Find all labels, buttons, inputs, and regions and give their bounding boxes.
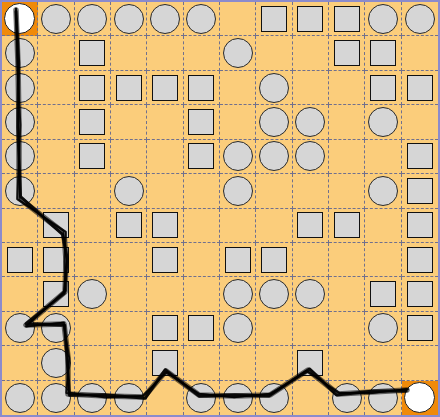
- cell-r2c7[interactable]: [256, 71, 292, 105]
- circle-token: [259, 383, 289, 413]
- square-token: [188, 109, 214, 135]
- square-token: [152, 315, 178, 341]
- cell-r10c11[interactable]: [402, 346, 438, 380]
- cell-r10c0[interactable]: [2, 346, 38, 380]
- square-token: [79, 75, 105, 101]
- cell-r6c3[interactable]: [111, 209, 147, 243]
- cell-r11c5[interactable]: [184, 381, 220, 415]
- cell-r11c10[interactable]: [365, 381, 401, 415]
- square-token: [297, 350, 323, 376]
- circle-token: [5, 383, 35, 413]
- cell-r7c3[interactable]: [111, 243, 147, 277]
- circle-token: [5, 176, 35, 206]
- cell-r11c0[interactable]: [2, 381, 38, 415]
- square-token: [7, 247, 33, 273]
- cell-r5c3[interactable]: [111, 174, 147, 208]
- cell-r5c8[interactable]: [293, 174, 329, 208]
- square-token: [407, 143, 433, 169]
- circle-token: [223, 383, 253, 413]
- cell-r11c1[interactable]: [38, 381, 74, 415]
- square-token: [43, 212, 69, 238]
- puzzle-board: [0, 0, 440, 417]
- cell-r10c6[interactable]: [220, 346, 256, 380]
- cell-r4c3[interactable]: [111, 140, 147, 174]
- circle-token: [259, 279, 289, 309]
- cell-r1c3[interactable]: [111, 36, 147, 70]
- cell-r3c1[interactable]: [38, 105, 74, 139]
- circle-token: [223, 313, 253, 343]
- cell-r2c6[interactable]: [220, 71, 256, 105]
- cell-r11c9[interactable]: [329, 381, 365, 415]
- cell-r4c7[interactable]: [256, 140, 292, 174]
- cell-r8c11[interactable]: [402, 277, 438, 311]
- square-token: [79, 109, 105, 135]
- square-token: [43, 281, 69, 307]
- cell-r4c9[interactable]: [329, 140, 365, 174]
- square-token: [407, 315, 433, 341]
- cell-r4c1[interactable]: [38, 140, 74, 174]
- square-token: [188, 75, 214, 101]
- cell-r6c1[interactable]: [38, 209, 74, 243]
- cell-r3c3[interactable]: [111, 105, 147, 139]
- endpoint-white-circle: [404, 382, 435, 413]
- cell-r6c2[interactable]: [75, 209, 111, 243]
- square-token: [370, 75, 396, 101]
- cell-r5c6[interactable]: [220, 174, 256, 208]
- cell-r0c2[interactable]: [75, 2, 111, 36]
- cell-r8c0[interactable]: [2, 277, 38, 311]
- cell-r10c1[interactable]: [38, 346, 74, 380]
- cell-r1c2[interactable]: [75, 36, 111, 70]
- cell-r5c9[interactable]: [329, 174, 365, 208]
- cell-r9c6[interactable]: [220, 312, 256, 346]
- cell-r2c10[interactable]: [365, 71, 401, 105]
- square-token: [407, 178, 433, 204]
- cell-r7c0[interactable]: [2, 243, 38, 277]
- circle-token: [295, 141, 325, 171]
- square-token: [407, 75, 433, 101]
- cell-r8c7[interactable]: [256, 277, 292, 311]
- cell-r7c1[interactable]: [38, 243, 74, 277]
- cell-r7c11[interactable]: [402, 243, 438, 277]
- cell-r11c11[interactable]: [402, 381, 438, 415]
- cell-r3c7[interactable]: [256, 105, 292, 139]
- cell-r2c1[interactable]: [38, 71, 74, 105]
- circle-token: [114, 4, 144, 34]
- cell-r9c2[interactable]: [75, 312, 111, 346]
- cell-r5c10[interactable]: [365, 174, 401, 208]
- square-token: [334, 212, 360, 238]
- square-token: [297, 6, 323, 32]
- square-token: [407, 212, 433, 238]
- cell-r7c10[interactable]: [365, 243, 401, 277]
- cell-r3c6[interactable]: [220, 105, 256, 139]
- cell-r8c5[interactable]: [184, 277, 220, 311]
- cell-r4c4[interactable]: [147, 140, 183, 174]
- cell-r2c8[interactable]: [293, 71, 329, 105]
- cell-r3c11[interactable]: [402, 105, 438, 139]
- square-token: [79, 143, 105, 169]
- cell-r9c0[interactable]: [2, 312, 38, 346]
- cell-r5c2[interactable]: [75, 174, 111, 208]
- cell-r3c0[interactable]: [2, 105, 38, 139]
- cell-r4c0[interactable]: [2, 140, 38, 174]
- cell-r7c7[interactable]: [256, 243, 292, 277]
- square-token: [334, 40, 360, 66]
- cell-r2c3[interactable]: [111, 71, 147, 105]
- cell-r8c6[interactable]: [220, 277, 256, 311]
- cell-r1c7[interactable]: [256, 36, 292, 70]
- cell-r2c0[interactable]: [2, 71, 38, 105]
- cell-r6c8[interactable]: [293, 209, 329, 243]
- cell-r0c10[interactable]: [365, 2, 401, 36]
- cell-r0c9[interactable]: [329, 2, 365, 36]
- circle-token: [5, 141, 35, 171]
- cell-r10c2[interactable]: [75, 346, 111, 380]
- cell-r1c9[interactable]: [329, 36, 365, 70]
- cell-r3c5[interactable]: [184, 105, 220, 139]
- cell-r1c4[interactable]: [147, 36, 183, 70]
- cell-r2c4[interactable]: [147, 71, 183, 105]
- cell-r1c8[interactable]: [293, 36, 329, 70]
- cell-r9c11[interactable]: [402, 312, 438, 346]
- circle-token: [186, 4, 216, 34]
- cell-r10c10[interactable]: [365, 346, 401, 380]
- circle-token: [77, 4, 107, 34]
- cell-r0c8[interactable]: [293, 2, 329, 36]
- cell-r1c10[interactable]: [365, 36, 401, 70]
- cell-r3c2[interactable]: [75, 105, 111, 139]
- square-token: [225, 247, 251, 273]
- cell-r2c11[interactable]: [402, 71, 438, 105]
- circle-token: [259, 73, 289, 103]
- cell-r8c2[interactable]: [75, 277, 111, 311]
- square-token: [116, 212, 142, 238]
- cell-r0c1[interactable]: [38, 2, 74, 36]
- cell-r8c9[interactable]: [329, 277, 365, 311]
- cell-r4c8[interactable]: [293, 140, 329, 174]
- cell-r1c5[interactable]: [184, 36, 220, 70]
- circle-token: [332, 383, 362, 413]
- board-grid: [2, 2, 438, 415]
- cell-r6c6[interactable]: [220, 209, 256, 243]
- circle-token: [368, 4, 398, 34]
- circle-token: [5, 107, 35, 137]
- cell-r7c2[interactable]: [75, 243, 111, 277]
- cell-r11c4[interactable]: [147, 381, 183, 415]
- cell-r11c3[interactable]: [111, 381, 147, 415]
- cell-r6c5[interactable]: [184, 209, 220, 243]
- cell-r5c0[interactable]: [2, 174, 38, 208]
- cell-r9c5[interactable]: [184, 312, 220, 346]
- cell-r9c4[interactable]: [147, 312, 183, 346]
- square-token: [152, 75, 178, 101]
- cell-r10c4[interactable]: [147, 346, 183, 380]
- cell-r10c8[interactable]: [293, 346, 329, 380]
- circle-token: [295, 279, 325, 309]
- cell-r11c6[interactable]: [220, 381, 256, 415]
- cell-r0c11[interactable]: [402, 2, 438, 36]
- circle-token: [223, 279, 253, 309]
- circle-token: [41, 348, 71, 378]
- circle-token: [368, 383, 398, 413]
- circle-token: [41, 313, 71, 343]
- circle-token: [186, 383, 216, 413]
- cell-r4c6[interactable]: [220, 140, 256, 174]
- cell-r5c5[interactable]: [184, 174, 220, 208]
- cell-r3c10[interactable]: [365, 105, 401, 139]
- square-token: [152, 212, 178, 238]
- cell-r4c11[interactable]: [402, 140, 438, 174]
- cell-r9c8[interactable]: [293, 312, 329, 346]
- cell-r0c0[interactable]: [2, 2, 38, 36]
- cell-r5c11[interactable]: [402, 174, 438, 208]
- cell-r6c0[interactable]: [2, 209, 38, 243]
- cell-r8c4[interactable]: [147, 277, 183, 311]
- cell-r1c0[interactable]: [2, 36, 38, 70]
- cell-r3c8[interactable]: [293, 105, 329, 139]
- square-token: [370, 281, 396, 307]
- circle-token: [150, 4, 180, 34]
- circle-token: [5, 73, 35, 103]
- circle-token: [41, 4, 71, 34]
- circle-token: [114, 176, 144, 206]
- square-token: [297, 212, 323, 238]
- cell-r6c11[interactable]: [402, 209, 438, 243]
- cell-r2c9[interactable]: [329, 71, 365, 105]
- cell-r2c5[interactable]: [184, 71, 220, 105]
- square-token: [43, 247, 69, 273]
- cell-r0c5[interactable]: [184, 2, 220, 36]
- cell-r10c7[interactable]: [256, 346, 292, 380]
- cell-r11c2[interactable]: [75, 381, 111, 415]
- circle-token: [223, 176, 253, 206]
- circle-token: [5, 38, 35, 68]
- cell-r10c5[interactable]: [184, 346, 220, 380]
- square-token: [188, 315, 214, 341]
- cell-r10c3[interactable]: [111, 346, 147, 380]
- cell-r4c2[interactable]: [75, 140, 111, 174]
- circle-token: [41, 383, 71, 413]
- cell-r7c5[interactable]: [184, 243, 220, 277]
- cell-r8c3[interactable]: [111, 277, 147, 311]
- circle-token: [223, 38, 253, 68]
- circle-token: [259, 141, 289, 171]
- square-token: [334, 6, 360, 32]
- cell-r0c3[interactable]: [111, 2, 147, 36]
- cell-r3c9[interactable]: [329, 105, 365, 139]
- square-token: [188, 143, 214, 169]
- cell-r1c6[interactable]: [220, 36, 256, 70]
- cell-r0c7[interactable]: [256, 2, 292, 36]
- cell-r9c9[interactable]: [329, 312, 365, 346]
- cell-r2c2[interactable]: [75, 71, 111, 105]
- cell-r5c7[interactable]: [256, 174, 292, 208]
- square-token: [152, 247, 178, 273]
- cell-r9c10[interactable]: [365, 312, 401, 346]
- square-token: [152, 350, 178, 376]
- cell-r11c8[interactable]: [293, 381, 329, 415]
- cell-r9c7[interactable]: [256, 312, 292, 346]
- cell-r7c6[interactable]: [220, 243, 256, 277]
- circle-token: [368, 107, 398, 137]
- square-token: [407, 247, 433, 273]
- cell-r4c5[interactable]: [184, 140, 220, 174]
- endpoint-white-circle: [4, 3, 35, 34]
- circle-token: [368, 176, 398, 206]
- circle-token: [405, 4, 435, 34]
- square-token: [407, 281, 433, 307]
- cell-r3c4[interactable]: [147, 105, 183, 139]
- circle-token: [77, 383, 107, 413]
- cell-r5c4[interactable]: [147, 174, 183, 208]
- cell-r7c9[interactable]: [329, 243, 365, 277]
- cell-r4c10[interactable]: [365, 140, 401, 174]
- circle-token: [5, 313, 35, 343]
- cell-r5c1[interactable]: [38, 174, 74, 208]
- cell-r1c11[interactable]: [402, 36, 438, 70]
- cell-r6c4[interactable]: [147, 209, 183, 243]
- cell-r1c1[interactable]: [38, 36, 74, 70]
- cell-r8c1[interactable]: [38, 277, 74, 311]
- square-token: [116, 75, 142, 101]
- cell-r8c8[interactable]: [293, 277, 329, 311]
- cell-r0c4[interactable]: [147, 2, 183, 36]
- square-token: [261, 6, 287, 32]
- cell-r9c1[interactable]: [38, 312, 74, 346]
- cell-r11c7[interactable]: [256, 381, 292, 415]
- cell-r6c7[interactable]: [256, 209, 292, 243]
- cell-r7c8[interactable]: [293, 243, 329, 277]
- cell-r7c4[interactable]: [147, 243, 183, 277]
- cell-r0c6[interactable]: [220, 2, 256, 36]
- cell-r9c3[interactable]: [111, 312, 147, 346]
- circle-token: [295, 107, 325, 137]
- square-token: [370, 40, 396, 66]
- square-token: [79, 40, 105, 66]
- cell-r8c10[interactable]: [365, 277, 401, 311]
- circle-token: [368, 313, 398, 343]
- cell-r10c9[interactable]: [329, 346, 365, 380]
- circle-token: [223, 141, 253, 171]
- cell-r6c10[interactable]: [365, 209, 401, 243]
- cell-r6c9[interactable]: [329, 209, 365, 243]
- circle-token: [77, 279, 107, 309]
- circle-token: [114, 383, 144, 413]
- circle-token: [259, 107, 289, 137]
- square-token: [261, 247, 287, 273]
